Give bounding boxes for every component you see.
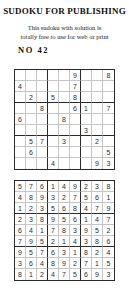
puzzle-cell-r6c5 <box>59 125 70 136</box>
solution-cell-r1c7: 2 <box>81 181 92 192</box>
solution-cell-r5c2: 4 <box>26 225 37 236</box>
puzzle-cell-r9c6 <box>70 158 81 169</box>
puzzle-cell-r9c3 <box>37 158 48 169</box>
solution-cell-r6c7: 3 <box>81 236 92 247</box>
solution-cell-r9c4: 4 <box>48 269 59 280</box>
solution-cell-r6c3: 5 <box>37 236 48 247</box>
puzzle-cell-r8c1 <box>15 147 26 158</box>
solution-cell-r8c4: 8 <box>48 258 59 269</box>
solution-cell-r8c8: 1 <box>92 258 103 269</box>
solution-cell-r5c7: 9 <box>81 225 92 236</box>
puzzle-cell-r5c8 <box>92 114 103 125</box>
solution-cell-r6c4: 2 <box>48 236 59 247</box>
puzzle-cell-r3c8 <box>92 92 103 103</box>
puzzle-cell-r4c9: 7 <box>103 103 114 114</box>
solution-cell-r9c3: 2 <box>37 269 48 280</box>
solution-cell-r5c6: 3 <box>70 225 81 236</box>
puzzle-cell-r5c9 <box>103 114 114 125</box>
solution-cell-r1c1: 5 <box>15 181 26 192</box>
puzzle-cell-r7c9 <box>103 136 114 147</box>
solution-cell-r2c9: 1 <box>103 192 114 203</box>
solution-cell-r2c7: 5 <box>81 192 92 203</box>
solution-cell-r3c3: 3 <box>37 203 48 214</box>
puzzle-cell-r1c8 <box>92 70 103 81</box>
solution-cell-r7c4: 6 <box>48 247 59 258</box>
solution-cell-r1c8: 3 <box>92 181 103 192</box>
solution-cell-r6c9: 6 <box>103 236 114 247</box>
solution-cell-r4c9: 7 <box>103 214 114 225</box>
solution-cell-r5c1: 6 <box>15 225 26 236</box>
puzzle-cell-r8c7 <box>81 147 92 158</box>
puzzle-cell-r6c4 <box>48 125 59 136</box>
puzzle-cell-r8c8 <box>92 147 103 158</box>
sudoku-sheet: SUDOKU FOR PUBLISHING This sudoku with s… <box>0 0 129 300</box>
solution-cell-r6c2: 9 <box>26 236 37 247</box>
puzzle-cell-r9c9: 3 <box>103 158 114 169</box>
puzzle-cell-r2c1: 4 <box>15 81 26 92</box>
solution-cell-r2c8: 6 <box>92 192 103 203</box>
solution-cell-r1c6: 9 <box>70 181 81 192</box>
solution-cell-r3c4: 5 <box>48 203 59 214</box>
puzzle-cell-r8c6 <box>70 147 81 158</box>
puzzle-cell-r1c5 <box>59 70 70 81</box>
solution-cell-r4c6: 6 <box>70 214 81 225</box>
solution-cell-r3c6: 8 <box>70 203 81 214</box>
solution-cell-r4c5: 5 <box>59 214 70 225</box>
puzzle-cell-r2c5 <box>59 81 70 92</box>
puzzle-cell-r9c8: 9 <box>92 158 103 169</box>
puzzle-cell-r9c5 <box>59 158 70 169</box>
puzzle-grid: 98472588617683573265493 <box>14 69 115 170</box>
puzzle-cell-r7c3: 7 <box>37 136 48 147</box>
solution-cell-r5c4: 7 <box>48 225 59 236</box>
solution-cell-r3c5: 6 <box>59 203 70 214</box>
puzzle-cell-r6c6 <box>70 125 81 136</box>
puzzle-cell-r7c6 <box>70 136 81 147</box>
puzzle-cell-r7c5: 3 <box>59 136 70 147</box>
puzzle-cell-r6c9 <box>103 125 114 136</box>
solution-cell-r5c9: 2 <box>103 225 114 236</box>
puzzle-cell-r8c9: 5 <box>103 147 114 158</box>
solution-cell-r6c8: 8 <box>92 236 103 247</box>
solution-cell-r2c6: 7 <box>70 192 81 203</box>
puzzle-cell-r9c1 <box>15 158 26 169</box>
puzzle-cell-r1c9: 8 <box>103 70 114 81</box>
puzzle-cell-r2c4 <box>48 81 59 92</box>
puzzle-cell-r7c7 <box>81 136 92 147</box>
solution-cell-r1c2: 7 <box>26 181 37 192</box>
solution-cell-r4c1: 2 <box>15 214 26 225</box>
puzzle-cell-r4c8 <box>92 103 103 114</box>
solution-cell-r8c9: 5 <box>103 258 114 269</box>
solution-cell-r4c8: 4 <box>92 214 103 225</box>
solution-cell-r1c4: 1 <box>48 181 59 192</box>
puzzle-cell-r4c3: 8 <box>37 103 48 114</box>
solution-cell-r4c7: 1 <box>81 214 92 225</box>
puzzle-cell-r3c3 <box>37 92 48 103</box>
puzzle-cell-r9c4: 4 <box>48 158 59 169</box>
solution-cell-r8c3: 4 <box>37 258 48 269</box>
solution-cell-r5c3: 1 <box>37 225 48 236</box>
solution-cell-r7c6: 1 <box>70 247 81 258</box>
solution-cell-r7c2: 5 <box>26 247 37 258</box>
solution-cell-r8c5: 9 <box>59 258 70 269</box>
puzzle-cell-r2c9 <box>103 81 114 92</box>
solution-cell-r6c5: 1 <box>59 236 70 247</box>
solution-cell-r7c3: 7 <box>37 247 48 258</box>
solution-cell-r5c8: 5 <box>92 225 103 236</box>
solution-cell-r7c1: 9 <box>15 247 26 258</box>
puzzle-cell-r4c1 <box>15 103 26 114</box>
puzzle-cell-r5c6 <box>70 114 81 125</box>
puzzle-cell-r2c7 <box>81 81 92 92</box>
puzzle-cell-r3c1 <box>15 92 26 103</box>
puzzle-cell-r5c5: 8 <box>59 114 70 125</box>
solution-grid: 5761492384893275611235684792389561476417… <box>14 180 115 281</box>
puzzle-cell-r1c3 <box>37 70 48 81</box>
puzzle-cell-r4c6: 6 <box>70 103 81 114</box>
puzzle-cell-r6c3 <box>37 125 48 136</box>
puzzle-cell-r2c8 <box>92 81 103 92</box>
solution-cell-r6c1: 7 <box>15 236 26 247</box>
puzzle-cell-r2c6: 7 <box>70 81 81 92</box>
puzzle-cell-r2c2 <box>26 81 37 92</box>
puzzle-cell-r4c2 <box>26 103 37 114</box>
solution-cell-r1c3: 6 <box>37 181 48 192</box>
solution-cell-r9c6: 5 <box>70 269 81 280</box>
puzzle-cell-r1c1 <box>15 70 26 81</box>
puzzle-cell-r7c1 <box>15 136 26 147</box>
puzzle-cell-r8c5 <box>59 147 70 158</box>
puzzle-cell-r3c7 <box>81 92 92 103</box>
solution-cell-r1c5: 4 <box>59 181 70 192</box>
solution-cell-r9c1: 8 <box>15 269 26 280</box>
solution-cell-r7c5: 3 <box>59 247 70 258</box>
solution-cell-r2c4: 3 <box>48 192 59 203</box>
solution-cell-r7c7: 8 <box>81 247 92 258</box>
solution-cell-r2c2: 8 <box>26 192 37 203</box>
solution-cell-r9c8: 9 <box>92 269 103 280</box>
solution-cell-r3c2: 2 <box>26 203 37 214</box>
puzzle-cell-r4c7: 1 <box>81 103 92 114</box>
solution-cell-r3c8: 7 <box>92 203 103 214</box>
subtitle-line-2: totally free to use for web or print <box>0 32 129 41</box>
puzzle-cell-r3c4: 5 <box>48 92 59 103</box>
solution-cell-r2c1: 4 <box>15 192 26 203</box>
puzzle-cell-r3c5 <box>59 92 70 103</box>
puzzle-cell-r4c4 <box>48 103 59 114</box>
solution-cell-r9c2: 1 <box>26 269 37 280</box>
solution-cell-r7c8: 2 <box>92 247 103 258</box>
solution-cell-r8c7: 7 <box>81 258 92 269</box>
puzzle-cell-r5c4 <box>48 114 59 125</box>
puzzle-cell-r5c1: 6 <box>15 114 26 125</box>
solution-cell-r4c3: 8 <box>37 214 48 225</box>
puzzle-cell-r6c1 <box>15 125 26 136</box>
solution-cell-r5c5: 8 <box>59 225 70 236</box>
solution-cell-r8c1: 3 <box>15 258 26 269</box>
solution-cell-r2c5: 2 <box>59 192 70 203</box>
puzzle-cell-r9c7 <box>81 158 92 169</box>
solution-cell-r8c6: 2 <box>70 258 81 269</box>
solution-cell-r4c2: 3 <box>26 214 37 225</box>
solution-cell-r9c5: 7 <box>59 269 70 280</box>
puzzle-cell-r1c4 <box>48 70 59 81</box>
puzzle-number-label: NO 42 <box>18 45 49 55</box>
puzzle-cell-r8c4 <box>48 147 59 158</box>
puzzle-cell-r5c2 <box>26 114 37 125</box>
puzzle-cell-r7c8: 2 <box>92 136 103 147</box>
page-title: SUDOKU FOR PUBLISHING <box>0 6 129 16</box>
puzzle-cell-r8c2: 6 <box>26 147 37 158</box>
solution-cell-r4c4: 9 <box>48 214 59 225</box>
solution-cell-r2c3: 9 <box>37 192 48 203</box>
puzzle-cell-r7c4 <box>48 136 59 147</box>
solution-cell-r9c7: 6 <box>81 269 92 280</box>
solution-cell-r7c9: 4 <box>103 247 114 258</box>
page-subtitle: This sudoku with solution is totally fre… <box>0 23 129 42</box>
puzzle-cell-r1c7 <box>81 70 92 81</box>
puzzle-cell-r3c2: 2 <box>26 92 37 103</box>
puzzle-cell-r6c8 <box>92 125 103 136</box>
puzzle-cell-r5c3 <box>37 114 48 125</box>
puzzle-cell-r4c5 <box>59 103 70 114</box>
solution-cell-r1c9: 8 <box>103 181 114 192</box>
solution-cell-r8c2: 6 <box>26 258 37 269</box>
puzzle-cell-r3c9 <box>103 92 114 103</box>
solution-cell-r3c9: 9 <box>103 203 114 214</box>
puzzle-cell-r1c2 <box>26 70 37 81</box>
subtitle-line-1: This sudoku with solution is <box>0 23 129 32</box>
solution-cell-r6c6: 4 <box>70 236 81 247</box>
puzzle-cell-r6c2 <box>26 125 37 136</box>
puzzle-cell-r9c2 <box>26 158 37 169</box>
puzzle-cell-r5c7 <box>81 114 92 125</box>
puzzle-cell-r1c6: 9 <box>70 70 81 81</box>
puzzle-cell-r2c3 <box>37 81 48 92</box>
solution-cell-r9c9: 3 <box>103 269 114 280</box>
puzzle-cell-r7c2: 5 <box>26 136 37 147</box>
puzzle-cell-r6c7: 3 <box>81 125 92 136</box>
solution-cell-r3c7: 4 <box>81 203 92 214</box>
puzzle-cell-r8c3 <box>37 147 48 158</box>
solution-cell-r3c1: 1 <box>15 203 26 214</box>
puzzle-cell-r3c6: 8 <box>70 92 81 103</box>
